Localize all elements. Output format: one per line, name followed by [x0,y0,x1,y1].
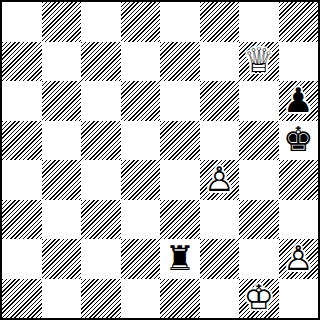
square-b2[interactable] [42,239,82,279]
square-a6[interactable] [2,81,42,121]
square-f6[interactable] [200,81,240,121]
square-f2[interactable] [200,239,240,279]
square-g4[interactable] [239,160,279,200]
square-c5[interactable] [81,121,121,161]
black-pawn-piece[interactable]: ♟♟ [279,81,319,121]
square-a1[interactable] [2,279,42,319]
square-e4[interactable] [160,160,200,200]
white-queen-piece[interactable]: ♛♕ [239,42,279,82]
white-king-piece[interactable]: ♚♔ [239,279,279,319]
square-c4[interactable] [81,160,121,200]
black-king-piece[interactable]: ♚♚ [279,121,319,161]
square-f7[interactable] [200,42,240,82]
square-f8[interactable] [200,2,240,42]
square-e1[interactable] [160,279,200,319]
white-pawn-icon: ♙ [200,160,240,200]
black-king-icon: ♚ [279,121,319,161]
square-h3[interactable] [279,200,319,240]
square-f1[interactable] [200,279,240,319]
white-pawn-piece[interactable]: ♟♙ [200,160,240,200]
square-d7[interactable] [121,42,161,82]
square-h6[interactable]: ♟♟ [279,81,319,121]
square-g2[interactable] [239,239,279,279]
square-h4[interactable] [279,160,319,200]
square-e5[interactable] [160,121,200,161]
square-f3[interactable] [200,200,240,240]
square-e8[interactable] [160,2,200,42]
square-c3[interactable] [81,200,121,240]
square-a5[interactable] [2,121,42,161]
square-g5[interactable] [239,121,279,161]
square-f5[interactable] [200,121,240,161]
square-a4[interactable] [2,160,42,200]
square-d8[interactable] [121,2,161,42]
square-d2[interactable] [121,239,161,279]
square-d5[interactable] [121,121,161,161]
square-b4[interactable] [42,160,82,200]
square-b3[interactable] [42,200,82,240]
square-b5[interactable] [42,121,82,161]
square-b7[interactable] [42,42,82,82]
square-e2[interactable]: ♜♜ [160,239,200,279]
square-a7[interactable] [2,42,42,82]
square-f4[interactable]: ♟♙ [200,160,240,200]
square-g3[interactable] [239,200,279,240]
square-c1[interactable] [81,279,121,319]
square-a8[interactable] [2,2,42,42]
square-c8[interactable] [81,2,121,42]
square-c7[interactable] [81,42,121,82]
square-d1[interactable] [121,279,161,319]
square-b8[interactable] [42,2,82,42]
square-d3[interactable] [121,200,161,240]
square-g8[interactable] [239,2,279,42]
square-b1[interactable] [42,279,82,319]
square-h2[interactable]: ♟♙ [279,239,319,279]
black-rook-icon: ♜ [160,239,200,279]
square-e6[interactable] [160,81,200,121]
black-pawn-icon: ♟ [279,81,319,121]
black-rook-piece[interactable]: ♜♜ [160,239,200,279]
square-c2[interactable] [81,239,121,279]
square-g7[interactable]: ♛♕ [239,42,279,82]
square-e3[interactable] [160,200,200,240]
white-king-icon: ♔ [239,279,279,319]
square-h8[interactable] [279,2,319,42]
square-c6[interactable] [81,81,121,121]
square-h1[interactable] [279,279,319,319]
square-e7[interactable] [160,42,200,82]
square-g1[interactable]: ♚♔ [239,279,279,319]
square-a3[interactable] [2,200,42,240]
square-h5[interactable]: ♚♚ [279,121,319,161]
square-a2[interactable] [2,239,42,279]
square-h7[interactable] [279,42,319,82]
square-d4[interactable] [121,160,161,200]
square-g6[interactable] [239,81,279,121]
white-pawn-icon: ♙ [279,239,319,279]
square-d6[interactable] [121,81,161,121]
square-b6[interactable] [42,81,82,121]
white-queen-icon: ♕ [239,42,279,82]
white-pawn-piece[interactable]: ♟♙ [279,239,319,279]
chess-board: ♛♕♟♟♚♚♟♙♜♜♟♙♚♔ [0,0,320,320]
